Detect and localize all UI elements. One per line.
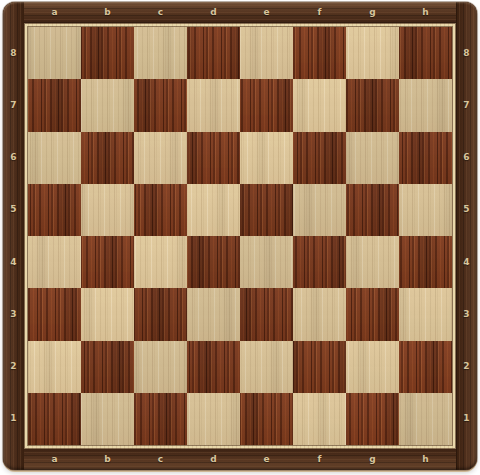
square-b5[interactable] [81,184,134,236]
square-b8[interactable] [81,27,134,79]
square-f1[interactable] [293,393,346,445]
frame-top [3,2,477,23]
square-h4[interactable] [399,236,452,288]
square-c3[interactable] [134,288,187,340]
square-e5[interactable] [240,184,293,236]
square-g4[interactable] [346,236,399,288]
square-b6[interactable] [81,132,134,184]
square-h1[interactable] [399,393,452,445]
square-a1[interactable] [28,393,81,445]
square-f3[interactable] [293,288,346,340]
board-inlay-border [24,23,456,449]
square-c1[interactable] [134,393,187,445]
square-b2[interactable] [81,341,134,393]
board-grid [28,27,452,445]
square-g8[interactable] [346,27,399,79]
square-a5[interactable] [28,184,81,236]
square-g6[interactable] [346,132,399,184]
square-b3[interactable] [81,288,134,340]
square-d2[interactable] [187,341,240,393]
square-c4[interactable] [134,236,187,288]
square-a7[interactable] [28,79,81,131]
square-h8[interactable] [399,27,452,79]
square-g1[interactable] [346,393,399,445]
square-f4[interactable] [293,236,346,288]
square-e8[interactable] [240,27,293,79]
square-g5[interactable] [346,184,399,236]
square-f6[interactable] [293,132,346,184]
square-f2[interactable] [293,341,346,393]
square-c7[interactable] [134,79,187,131]
square-c5[interactable] [134,184,187,236]
square-e1[interactable] [240,393,293,445]
square-a2[interactable] [28,341,81,393]
square-h2[interactable] [399,341,452,393]
square-b1[interactable] [81,393,134,445]
square-b4[interactable] [81,236,134,288]
square-e6[interactable] [240,132,293,184]
frame-right [456,2,477,470]
square-f5[interactable] [293,184,346,236]
square-d8[interactable] [187,27,240,79]
square-a4[interactable] [28,236,81,288]
square-c8[interactable] [134,27,187,79]
square-b7[interactable] [81,79,134,131]
square-e3[interactable] [240,288,293,340]
square-h7[interactable] [399,79,452,131]
square-g3[interactable] [346,288,399,340]
square-d3[interactable] [187,288,240,340]
square-a3[interactable] [28,288,81,340]
square-h3[interactable] [399,288,452,340]
square-g7[interactable] [346,79,399,131]
square-h6[interactable] [399,132,452,184]
square-c6[interactable] [134,132,187,184]
square-e7[interactable] [240,79,293,131]
chessboard-photo: abcdefgh abcdefgh 87654321 87654321 [0,0,480,475]
square-c2[interactable] [134,341,187,393]
square-d6[interactable] [187,132,240,184]
square-a6[interactable] [28,132,81,184]
square-d7[interactable] [187,79,240,131]
square-f8[interactable] [293,27,346,79]
frame-left [3,2,24,470]
square-d1[interactable] [187,393,240,445]
square-f7[interactable] [293,79,346,131]
square-e4[interactable] [240,236,293,288]
square-e2[interactable] [240,341,293,393]
square-d4[interactable] [187,236,240,288]
square-d5[interactable] [187,184,240,236]
square-g2[interactable] [346,341,399,393]
square-a8[interactable] [28,27,81,79]
chessboard: abcdefgh abcdefgh 87654321 87654321 [3,2,477,470]
frame-bottom [3,449,477,470]
square-h5[interactable] [399,184,452,236]
